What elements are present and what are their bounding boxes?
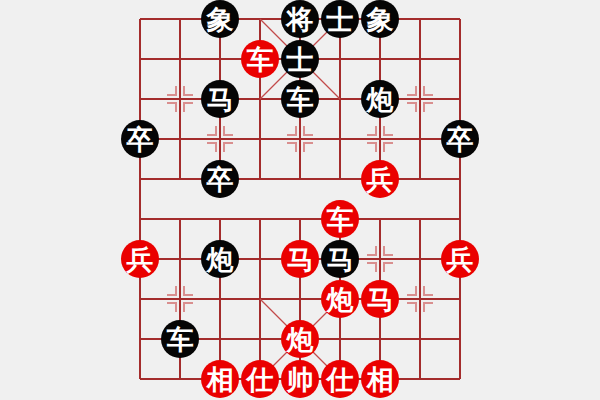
piece-black-general[interactable]: 将 — [281, 0, 319, 38]
piece-black-advisor-1[interactable]: 士 — [321, 0, 359, 38]
piece-black-elephant-1[interactable]: 象 — [201, 0, 239, 38]
piece-black-soldier-3[interactable]: 卒 — [201, 160, 239, 198]
piece-red-advisor-1[interactable]: 仕 — [241, 360, 279, 398]
piece-black-cannon-2[interactable]: 炮 — [201, 240, 239, 278]
board-pieces: 象将士象车士马车炮卒卒卒兵车兵炮马马兵炮马车炮相仕帅仕相 — [120, 0, 480, 399]
piece-black-horse-1[interactable]: 马 — [201, 80, 239, 118]
piece-red-general[interactable]: 帅 — [281, 360, 319, 398]
piece-red-soldier-2[interactable]: 兵 — [121, 240, 159, 278]
xiangqi-board: 象将士象车士马车炮卒卒卒兵车兵炮马马兵炮马车炮相仕帅仕相 — [0, 0, 600, 400]
piece-black-chariot-1[interactable]: 车 — [281, 80, 319, 118]
piece-red-cannon-2[interactable]: 炮 — [281, 320, 319, 358]
piece-black-horse-2[interactable]: 马 — [321, 240, 359, 278]
piece-black-cannon-1[interactable]: 炮 — [361, 80, 399, 118]
piece-red-soldier-3[interactable]: 兵 — [441, 240, 479, 278]
piece-black-elephant-2[interactable]: 象 — [361, 0, 399, 38]
piece-red-cannon-1[interactable]: 炮 — [321, 280, 359, 318]
piece-red-elephant-2[interactable]: 相 — [361, 360, 399, 398]
piece-black-soldier-1[interactable]: 卒 — [121, 120, 159, 158]
piece-red-elephant-1[interactable]: 相 — [201, 360, 239, 398]
piece-black-soldier-2[interactable]: 卒 — [441, 120, 479, 158]
piece-red-advisor-2[interactable]: 仕 — [321, 360, 359, 398]
piece-black-chariot-2[interactable]: 车 — [161, 320, 199, 358]
piece-black-advisor-2[interactable]: 士 — [281, 40, 319, 78]
piece-red-horse-1[interactable]: 马 — [281, 240, 319, 278]
piece-red-chariot-1[interactable]: 车 — [241, 40, 279, 78]
piece-red-horse-2[interactable]: 马 — [361, 280, 399, 318]
piece-red-soldier-1[interactable]: 兵 — [361, 160, 399, 198]
piece-red-chariot-2[interactable]: 车 — [321, 200, 359, 238]
